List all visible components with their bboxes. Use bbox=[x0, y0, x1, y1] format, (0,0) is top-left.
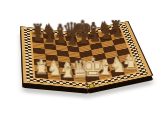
brass-latch bbox=[88, 83, 94, 88]
chess-set-photo: ♜♞♝♛♟♟♟♟♟♟♟♟♜♞♝♛ ♚♝♞♜♟♟♟♟♟♟♟♟♚♝♞♜ bbox=[0, 0, 166, 120]
